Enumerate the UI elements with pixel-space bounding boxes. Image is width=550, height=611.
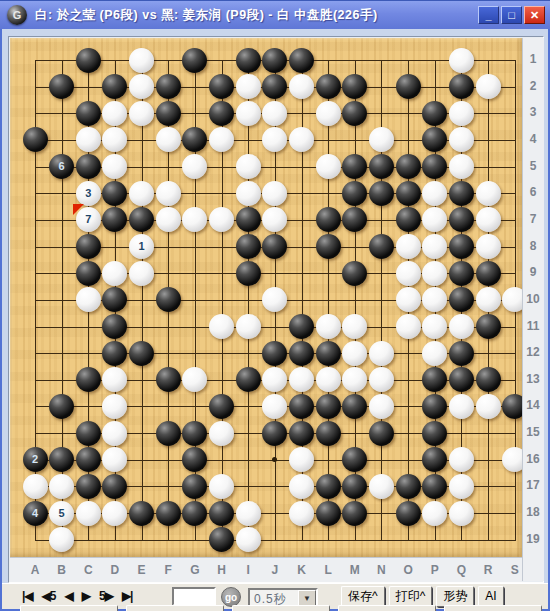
stone-white[interactable] <box>102 127 127 152</box>
navigation-buttons: |◀ ◀5 ◀ ▶ 5▶ ▶| <box>22 589 132 603</box>
stone-black[interactable] <box>102 341 127 366</box>
stone-black[interactable] <box>342 394 367 419</box>
stone-black[interactable] <box>316 341 341 366</box>
stone-black[interactable] <box>76 421 101 446</box>
stone-white[interactable] <box>476 394 501 419</box>
stone-black[interactable] <box>76 154 101 179</box>
stone-white[interactable] <box>182 154 207 179</box>
stone-black[interactable] <box>396 74 421 99</box>
stone-white[interactable] <box>369 394 394 419</box>
stone-black[interactable] <box>182 48 207 73</box>
stone-white[interactable] <box>236 181 261 206</box>
stone-black[interactable] <box>342 207 367 232</box>
app-window: G 白: 於之莹 (P6段) vs 黑: 姜东润 (P9段) - 白 中盘胜(2… <box>0 0 550 611</box>
stone-white[interactable] <box>102 367 127 392</box>
stone-black[interactable] <box>102 474 127 499</box>
stone-white[interactable] <box>289 474 314 499</box>
row-label: 16 <box>523 452 543 466</box>
last-move-button[interactable]: ▶| <box>122 589 133 603</box>
stone-black[interactable] <box>76 101 101 126</box>
column-label: O <box>400 563 416 577</box>
back-1-button[interactable]: ◀ <box>65 589 73 603</box>
column-label: H <box>214 563 230 577</box>
stone-black[interactable] <box>262 421 287 446</box>
go-button[interactable]: go <box>221 587 241 607</box>
stone-white[interactable] <box>102 261 127 286</box>
stone-black[interactable] <box>102 207 127 232</box>
stone-black[interactable] <box>156 74 181 99</box>
stone-white[interactable] <box>289 447 314 472</box>
stone-black[interactable] <box>369 181 394 206</box>
stone-white[interactable] <box>422 314 447 339</box>
stone-black[interactable] <box>449 207 474 232</box>
stone-white[interactable] <box>449 127 474 152</box>
row-label: 9 <box>523 265 543 279</box>
stone-black[interactable] <box>476 261 501 286</box>
stone-black[interactable] <box>23 127 48 152</box>
stone-black[interactable] <box>156 101 181 126</box>
cutoff-button <box>20 605 118 611</box>
stone-white[interactable] <box>369 127 394 152</box>
column-label: Q <box>453 563 469 577</box>
stone-black[interactable] <box>102 74 127 99</box>
column-label: D <box>107 563 123 577</box>
window-title: 白: 於之莹 (P6段) vs 黑: 姜东润 (P9段) - 白 中盘胜(226… <box>35 7 378 24</box>
stone-black[interactable] <box>342 154 367 179</box>
stone-white[interactable] <box>449 314 474 339</box>
stone-white[interactable] <box>129 48 154 73</box>
stone-white[interactable] <box>156 181 181 206</box>
first-move-button[interactable]: |◀ <box>22 589 33 603</box>
stone-black[interactable]: 6 <box>49 154 74 179</box>
stone-black[interactable] <box>342 447 367 472</box>
row-label: 2 <box>523 79 543 93</box>
row-label: 15 <box>523 425 543 439</box>
column-coordinates: ABCDEFGHIJKLMNOPQRS <box>10 557 522 582</box>
stone-black[interactable] <box>422 474 447 499</box>
column-label: C <box>80 563 96 577</box>
stone-black[interactable] <box>76 447 101 472</box>
stone-black[interactable] <box>449 234 474 259</box>
stone-white[interactable] <box>236 154 261 179</box>
stone-white[interactable] <box>236 501 261 526</box>
minimize-button[interactable]: _ <box>478 6 499 24</box>
stone-white[interactable] <box>236 527 261 552</box>
stone-white[interactable] <box>449 447 474 472</box>
stone-white[interactable] <box>449 474 474 499</box>
forward-5-button[interactable]: 5▶ <box>99 589 113 603</box>
stone-black[interactable] <box>209 527 234 552</box>
stone-white[interactable] <box>76 127 101 152</box>
stone-white[interactable] <box>369 341 394 366</box>
ai-button[interactable]: AI <box>478 586 503 607</box>
stone-white[interactable] <box>396 314 421 339</box>
stone-black[interactable]: 2 <box>23 447 48 472</box>
stone-white[interactable] <box>449 501 474 526</box>
stone-white[interactable] <box>209 314 234 339</box>
stone-white[interactable] <box>236 74 261 99</box>
stone-white[interactable] <box>129 74 154 99</box>
cutoff-button <box>338 605 436 611</box>
stone-black[interactable] <box>236 207 261 232</box>
stone-black[interactable] <box>76 474 101 499</box>
title-bar[interactable]: G 白: 於之莹 (P6段) vs 黑: 姜东润 (P9段) - 白 中盘胜(2… <box>0 0 550 29</box>
stone-white[interactable] <box>396 234 421 259</box>
row-label: 8 <box>523 239 543 253</box>
stone-white[interactable] <box>289 127 314 152</box>
row-coordinates: 12345678910111213141516171819 <box>522 38 544 581</box>
stone-black[interactable] <box>49 74 74 99</box>
stone-white[interactable] <box>129 101 154 126</box>
stone-black[interactable] <box>422 394 447 419</box>
stone-black[interactable] <box>102 287 127 312</box>
stone-black[interactable] <box>369 234 394 259</box>
stone-white[interactable] <box>396 261 421 286</box>
stone-white[interactable] <box>422 234 447 259</box>
stone-white[interactable] <box>449 394 474 419</box>
stone-white[interactable] <box>422 501 447 526</box>
stone-white[interactable] <box>76 287 101 312</box>
stone-black[interactable] <box>289 341 314 366</box>
stone-black[interactable] <box>316 501 341 526</box>
stone-black[interactable] <box>476 367 501 392</box>
stone-white[interactable]: 1 <box>129 234 154 259</box>
column-label: B <box>54 563 70 577</box>
row-label: 1 <box>523 52 543 66</box>
stone-white[interactable] <box>102 421 127 446</box>
stone-black[interactable] <box>342 74 367 99</box>
stone-white[interactable] <box>262 181 287 206</box>
stone-white[interactable] <box>422 181 447 206</box>
stone-black[interactable] <box>476 314 501 339</box>
stone-black[interactable] <box>236 367 261 392</box>
stone-black[interactable] <box>209 101 234 126</box>
stone-white[interactable] <box>129 181 154 206</box>
stone-black[interactable] <box>422 154 447 179</box>
stone-black[interactable] <box>289 48 314 73</box>
stone-black[interactable] <box>129 341 154 366</box>
stone-white[interactable] <box>102 154 127 179</box>
stone-white[interactable] <box>209 207 234 232</box>
column-label: K <box>294 563 310 577</box>
stone-black[interactable] <box>289 421 314 446</box>
stone-black[interactable] <box>262 234 287 259</box>
stone-white[interactable] <box>262 101 287 126</box>
cutoff-button <box>126 605 224 611</box>
stone-black[interactable] <box>209 501 234 526</box>
stone-white[interactable] <box>236 101 261 126</box>
action-buttons: 保存^ 打印^ 形势 AI <box>341 586 504 607</box>
stone-black[interactable] <box>422 421 447 446</box>
stone-black[interactable] <box>316 394 341 419</box>
stone-black[interactable] <box>396 207 421 232</box>
back-5-button[interactable]: ◀5 <box>42 589 56 603</box>
stone-white[interactable] <box>76 501 101 526</box>
stone-black[interactable] <box>369 421 394 446</box>
stone-white[interactable] <box>316 154 341 179</box>
star-point <box>272 457 277 462</box>
stone-black[interactable] <box>49 394 74 419</box>
save-button[interactable]: 保存^ <box>341 586 385 607</box>
stone-white[interactable] <box>209 421 234 446</box>
column-label: M <box>347 563 363 577</box>
row-label: 7 <box>523 212 543 226</box>
stone-white[interactable] <box>476 234 501 259</box>
column-label: I <box>240 563 256 577</box>
stone-white[interactable] <box>422 207 447 232</box>
stone-black[interactable] <box>449 287 474 312</box>
stone-white[interactable] <box>289 367 314 392</box>
stone-black[interactable] <box>396 474 421 499</box>
column-label: E <box>134 563 150 577</box>
stone-black[interactable] <box>236 261 261 286</box>
stone-white[interactable] <box>156 127 181 152</box>
stone-black[interactable] <box>76 48 101 73</box>
row-label: 6 <box>523 185 543 199</box>
stone-white[interactable] <box>476 207 501 232</box>
stone-white[interactable] <box>182 207 207 232</box>
stone-black[interactable] <box>76 261 101 286</box>
stone-black[interactable] <box>156 367 181 392</box>
stone-black[interactable] <box>316 207 341 232</box>
stone-white[interactable] <box>262 287 287 312</box>
stone-white[interactable] <box>476 74 501 99</box>
stone-black[interactable] <box>316 421 341 446</box>
stone-white[interactable] <box>182 367 207 392</box>
print-button[interactable]: 打印^ <box>389 586 433 607</box>
stone-white[interactable]: 5 <box>49 501 74 526</box>
stone-white[interactable] <box>342 367 367 392</box>
stone-black[interactable] <box>156 501 181 526</box>
stone-white[interactable] <box>49 474 74 499</box>
stone-black[interactable] <box>262 74 287 99</box>
column-label: R <box>480 563 496 577</box>
column-label: P <box>427 563 443 577</box>
stone-black[interactable] <box>182 421 207 446</box>
stone-white[interactable] <box>316 101 341 126</box>
stone-black[interactable] <box>369 154 394 179</box>
stone-black[interactable] <box>396 501 421 526</box>
stone-black[interactable] <box>289 314 314 339</box>
stone-black[interactable] <box>182 127 207 152</box>
stone-black[interactable] <box>316 474 341 499</box>
stone-black[interactable] <box>76 234 101 259</box>
row-label: 5 <box>523 159 543 173</box>
cutoff-button <box>444 605 542 611</box>
row-label: 3 <box>523 105 543 119</box>
stone-black[interactable] <box>449 74 474 99</box>
stone-white[interactable] <box>102 447 127 472</box>
stone-white[interactable] <box>289 501 314 526</box>
stone-white[interactable] <box>476 287 501 312</box>
column-label: J <box>267 563 283 577</box>
stone-white[interactable] <box>422 261 447 286</box>
stone-black[interactable] <box>422 101 447 126</box>
stone-white[interactable] <box>102 101 127 126</box>
column-label: S <box>507 563 523 577</box>
stone-black[interactable] <box>129 207 154 232</box>
stone-black[interactable] <box>182 501 207 526</box>
stone-white[interactable] <box>316 367 341 392</box>
stone-black[interactable]: 4 <box>23 501 48 526</box>
row-label: 13 <box>523 372 543 386</box>
goban[interactable]: 6371245 <box>10 38 522 557</box>
stone-white[interactable] <box>369 367 394 392</box>
stone-black[interactable] <box>289 394 314 419</box>
stone-black[interactable] <box>262 341 287 366</box>
stone-white[interactable] <box>129 261 154 286</box>
stone-white[interactable] <box>262 127 287 152</box>
grid-line <box>328 60 329 541</box>
stone-black[interactable] <box>449 367 474 392</box>
stone-white[interactable] <box>342 314 367 339</box>
stone-white[interactable] <box>422 341 447 366</box>
stone-white[interactable] <box>23 474 48 499</box>
column-label: L <box>320 563 336 577</box>
stone-black[interactable] <box>236 48 261 73</box>
stone-white[interactable] <box>49 527 74 552</box>
stone-black[interactable] <box>262 48 287 73</box>
move-number-input[interactable] <box>172 587 216 606</box>
maximize-button[interactable]: □ <box>501 6 522 24</box>
stone-white[interactable] <box>102 394 127 419</box>
column-label: G <box>187 563 203 577</box>
row-label: 11 <box>523 319 543 333</box>
stone-black[interactable] <box>449 341 474 366</box>
stone-white[interactable] <box>449 154 474 179</box>
stone-black[interactable] <box>422 367 447 392</box>
stone-white[interactable] <box>316 314 341 339</box>
stone-black[interactable] <box>396 154 421 179</box>
stone-white[interactable] <box>209 127 234 152</box>
stone-black[interactable] <box>76 367 101 392</box>
stone-black[interactable] <box>449 261 474 286</box>
stone-black[interactable] <box>49 447 74 472</box>
stone-black[interactable] <box>129 501 154 526</box>
column-label: F <box>160 563 176 577</box>
stone-white[interactable]: 3 <box>76 181 101 206</box>
stone-black[interactable] <box>422 447 447 472</box>
stone-white[interactable] <box>102 501 127 526</box>
grid-line <box>35 540 516 541</box>
stone-black[interactable] <box>342 101 367 126</box>
stone-black[interactable] <box>316 74 341 99</box>
stone-black[interactable] <box>156 287 181 312</box>
stone-black[interactable] <box>449 181 474 206</box>
row-label: 17 <box>523 478 543 492</box>
column-label: N <box>373 563 389 577</box>
stone-black[interactable] <box>316 234 341 259</box>
stone-black[interactable] <box>396 181 421 206</box>
stone-white[interactable] <box>449 101 474 126</box>
stone-black[interactable] <box>236 234 261 259</box>
stone-white[interactable] <box>369 474 394 499</box>
forward-1-button[interactable]: ▶ <box>82 589 90 603</box>
stone-white[interactable] <box>209 474 234 499</box>
stone-white[interactable] <box>449 48 474 73</box>
row-label: 14 <box>523 398 543 412</box>
stone-white[interactable] <box>156 207 181 232</box>
app-icon: G <box>7 5 27 25</box>
stone-black[interactable] <box>342 181 367 206</box>
stone-black[interactable] <box>102 314 127 339</box>
stone-white[interactable] <box>262 394 287 419</box>
stone-white[interactable] <box>342 341 367 366</box>
row-label: 4 <box>523 132 543 146</box>
stone-black[interactable] <box>342 501 367 526</box>
row-label: 18 <box>523 505 543 519</box>
last-move-marker <box>73 204 84 215</box>
stone-white[interactable] <box>262 367 287 392</box>
cutoff-button <box>232 605 330 611</box>
window-border-left <box>0 29 2 611</box>
stone-white[interactable] <box>396 287 421 312</box>
stone-black[interactable] <box>182 474 207 499</box>
stone-black[interactable] <box>422 127 447 152</box>
close-button[interactable]: ✕ <box>524 6 545 24</box>
row-label: 12 <box>523 345 543 359</box>
row-label: 10 <box>523 292 543 306</box>
territory-button[interactable]: 形势 <box>436 586 474 607</box>
window-controls: _ □ ✕ <box>478 6 545 24</box>
stone-black[interactable] <box>156 421 181 446</box>
stone-black[interactable] <box>342 261 367 286</box>
stone-white[interactable] <box>236 314 261 339</box>
stone-white[interactable] <box>262 207 287 232</box>
column-label: A <box>27 563 43 577</box>
row-label: 19 <box>523 532 543 546</box>
stone-black[interactable] <box>342 474 367 499</box>
stone-white[interactable] <box>289 74 314 99</box>
stone-black[interactable] <box>102 181 127 206</box>
stone-black[interactable] <box>209 394 234 419</box>
stone-black[interactable] <box>209 74 234 99</box>
stone-white[interactable] <box>476 181 501 206</box>
stone-white[interactable] <box>422 287 447 312</box>
stone-black[interactable] <box>182 447 207 472</box>
